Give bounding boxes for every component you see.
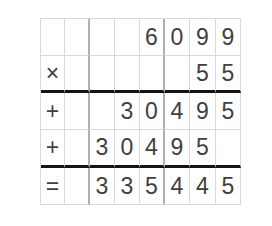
digit-cell-r3c6: 5 [190, 130, 216, 168]
digit-cell-r3c2: 3 [90, 130, 115, 168]
grid-cell-empty-r0c2 [90, 19, 115, 56]
digit-cell-r0c6: 9 [190, 19, 216, 56]
operator-cell-r3: + [41, 130, 65, 168]
digit-cell-r0c5: 0 [165, 19, 190, 56]
grid-cell-empty-r1c4 [140, 56, 165, 93]
digit-cell-r3c4: 4 [140, 130, 165, 168]
multiplication-grid: 6099×55+30495+30495=335445 [40, 18, 241, 205]
digit-cell-r2c6: 9 [190, 93, 216, 130]
grid-cell-empty-r2c2 [90, 93, 115, 130]
operator-cell-r1: × [41, 56, 65, 93]
digit-cell-r2c5: 4 [165, 93, 190, 130]
digit-cell-r4c5: 4 [165, 168, 190, 205]
grid-cell-empty-r3c7 [216, 130, 241, 168]
grid-cell-empty-r3c1 [65, 130, 90, 168]
digit-cell-r4c2: 3 [90, 168, 115, 205]
grid-cell-empty-r1c2 [90, 56, 115, 93]
operator-cell-r4: = [41, 168, 65, 205]
digit-cell-r2c3: 3 [115, 93, 140, 130]
digit-cell-r0c7: 9 [216, 19, 241, 56]
grid-cell-empty-r0c0 [41, 19, 65, 56]
digit-cell-r1c6: 5 [190, 56, 216, 93]
digit-cell-r3c5: 9 [165, 130, 190, 168]
digit-cell-r4c6: 4 [190, 168, 216, 205]
digit-cell-r2c7: 5 [216, 93, 241, 130]
operator-cell-r2: + [41, 93, 65, 130]
digit-cell-r4c4: 5 [140, 168, 165, 205]
digit-cell-r3c3: 0 [115, 130, 140, 168]
grid-cell-empty-r0c3 [115, 19, 140, 56]
grid-cell-empty-r1c1 [65, 56, 90, 93]
digit-cell-r0c4: 6 [140, 19, 165, 56]
grid-cell-empty-r1c5 [165, 56, 190, 93]
grid-cell-empty-r0c1 [65, 19, 90, 56]
digit-cell-r1c7: 5 [216, 56, 241, 93]
digit-cell-r2c4: 0 [140, 93, 165, 130]
digit-cell-r4c3: 3 [115, 168, 140, 205]
digit-cell-r4c7: 5 [216, 168, 241, 205]
grid-cell-empty-r4c1 [65, 168, 90, 205]
grid-cell-empty-r2c1 [65, 93, 90, 130]
grid-cell-empty-r1c3 [115, 56, 140, 93]
